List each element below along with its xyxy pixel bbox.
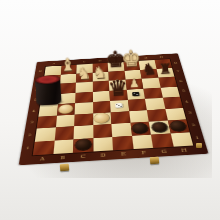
light-checker xyxy=(58,104,73,114)
square-e4 xyxy=(110,100,129,112)
dark-checker xyxy=(170,120,188,131)
square-d4 xyxy=(93,101,111,113)
black-die xyxy=(132,92,139,97)
brass-latch xyxy=(196,143,202,148)
square-a2 xyxy=(35,127,56,141)
square-f5 xyxy=(126,89,145,100)
square-d5 xyxy=(92,91,110,102)
white-king: ♚ xyxy=(121,47,142,70)
square-e5: ♛ xyxy=(109,90,127,101)
board-grid: ♝♚♚♞♞♞♜♜♟♛ xyxy=(33,59,193,155)
square-c7: ♞ xyxy=(76,73,92,83)
light-checker xyxy=(94,113,109,123)
square-g4 xyxy=(145,98,165,110)
square-b3 xyxy=(55,114,74,127)
square-d3 xyxy=(93,112,112,125)
coordinate-label: A xyxy=(32,154,53,164)
brass-hinge-left xyxy=(60,164,69,172)
black-rook: ♜ xyxy=(159,62,172,77)
coordinate-label: D xyxy=(93,150,114,160)
square-b6 xyxy=(59,83,76,94)
white-pawn: ♟ xyxy=(129,77,140,89)
dark-checker xyxy=(75,139,91,151)
coordinate-label: H xyxy=(173,145,195,155)
square-b2 xyxy=(54,126,74,140)
square-e1 xyxy=(112,136,133,151)
square-h2 xyxy=(167,119,189,133)
square-d7: ♞ xyxy=(92,72,108,82)
product-photo-stage: ABCDEFGH ABCDEFGH 87654321 87654321 ♝♚♚♞… xyxy=(0,0,220,220)
coordinate-label: B xyxy=(52,153,73,163)
square-b8: ♝ xyxy=(60,65,76,75)
square-d1 xyxy=(93,137,113,152)
square-c2 xyxy=(74,125,93,139)
square-g1 xyxy=(151,133,173,148)
square-f2 xyxy=(130,122,151,136)
dice-cup xyxy=(35,75,62,105)
square-a1 xyxy=(33,140,54,155)
square-f8: ♚ xyxy=(123,61,140,71)
square-g7: ♞ xyxy=(140,69,158,79)
black-queen: ♛ xyxy=(108,77,129,100)
coordinate-label: G xyxy=(153,147,175,157)
coordinate-label: E xyxy=(113,149,134,159)
brass-hinge-right xyxy=(150,157,159,165)
perspective-scene: ABCDEFGH ABCDEFGH 87654321 87654321 ♝♚♚♞… xyxy=(24,15,196,187)
square-a5 xyxy=(40,94,58,106)
coordinate-label: C xyxy=(73,152,94,162)
square-h7: ♜ xyxy=(156,68,174,78)
square-c1 xyxy=(73,138,93,153)
square-h1 xyxy=(170,132,193,147)
square-c4 xyxy=(75,102,93,114)
white-die xyxy=(115,103,122,108)
white-knight: ♞ xyxy=(76,65,91,82)
chess-board: ABCDEFGH ABCDEFGH 87654321 87654321 ♝♚♚♞… xyxy=(19,53,209,165)
square-h5 xyxy=(160,86,180,97)
square-c5 xyxy=(75,92,92,104)
square-f1 xyxy=(132,134,154,149)
dark-checker xyxy=(132,123,149,134)
square-f4 xyxy=(127,99,146,111)
square-h4 xyxy=(162,97,182,109)
square-e2 xyxy=(111,123,131,137)
square-b1 xyxy=(53,139,74,154)
dark-checker xyxy=(151,122,168,133)
white-knight: ♞ xyxy=(92,64,107,81)
square-d2 xyxy=(93,124,112,138)
black-knight: ♞ xyxy=(142,61,157,78)
white-bishop: ♝ xyxy=(60,56,77,74)
square-b4 xyxy=(57,103,76,115)
board-tilt-wrapper: ABCDEFGH ABCDEFGH 87654321 87654321 ♝♚♚♞… xyxy=(24,15,196,187)
